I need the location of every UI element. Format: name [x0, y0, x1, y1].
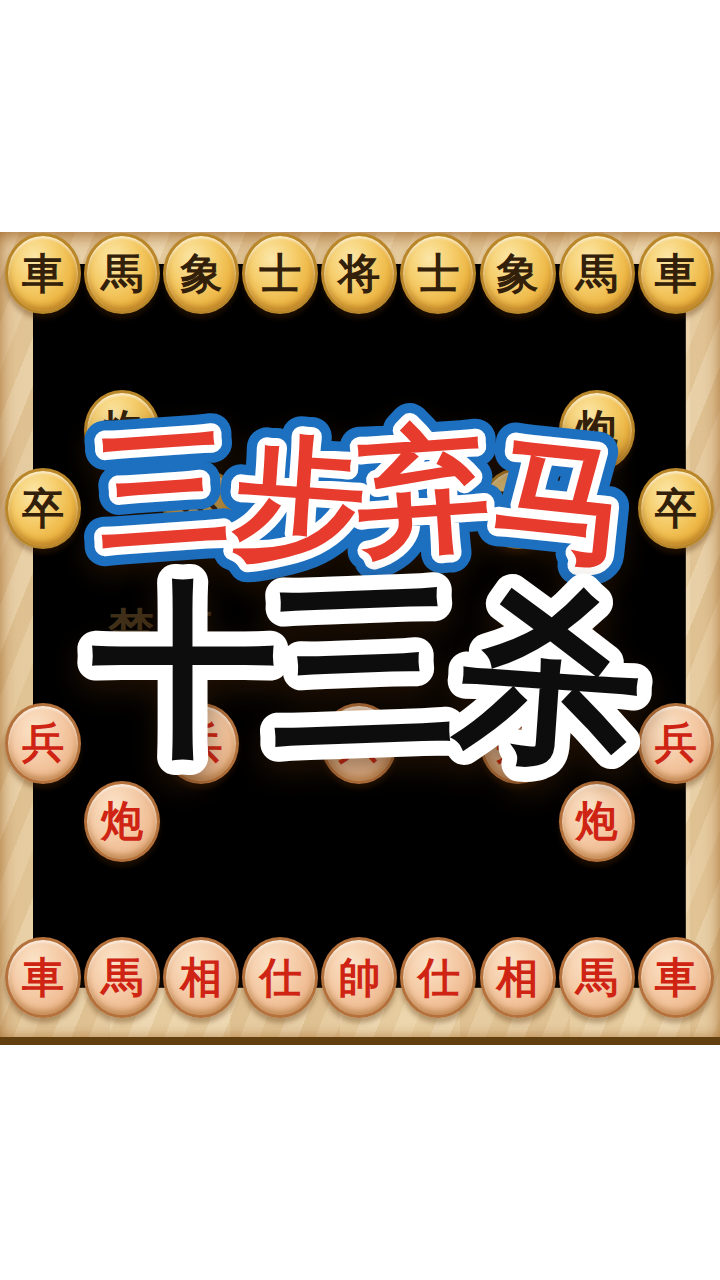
board-cell-h5[interactable]	[557, 548, 636, 626]
red-piece-b-g0[interactable]: 相	[480, 937, 556, 1018]
board-cell-e8[interactable]	[320, 313, 399, 391]
red-piece-b-c0[interactable]: 相	[163, 937, 239, 1018]
black-piece-p-g6[interactable]: 卒	[480, 468, 556, 549]
board-cell-i0[interactable]: 車	[636, 939, 715, 1017]
red-piece-p-e3[interactable]: 兵	[321, 703, 397, 784]
board-cell-d7[interactable]	[241, 391, 320, 469]
board-cell-e7[interactable]	[320, 391, 399, 469]
board-cell-e2[interactable]	[320, 782, 399, 860]
board-cell-h7[interactable]: 炮	[557, 391, 636, 469]
black-piece-p-c6[interactable]: 卒	[163, 468, 239, 549]
board-cell-b0[interactable]: 馬	[82, 939, 161, 1017]
board-cell-f0[interactable]: 仕	[399, 939, 478, 1017]
board-cell-i7[interactable]	[636, 391, 715, 469]
board-cell-e6[interactable]: 卒	[320, 469, 399, 547]
board-cell-i8[interactable]	[636, 313, 715, 391]
board-cell-a7[interactable]	[3, 391, 82, 469]
board-cell-f1[interactable]	[399, 860, 478, 938]
black-piece-c-h7[interactable]: 炮	[559, 390, 635, 471]
board-cell-e4[interactable]	[320, 626, 399, 704]
board-cell-i6[interactable]: 卒	[636, 469, 715, 547]
board-cell-a4[interactable]	[3, 626, 82, 704]
board-cell-b7[interactable]: 炮	[82, 391, 161, 469]
red-piece-n-h0[interactable]: 馬	[559, 937, 635, 1018]
board-cell-b8[interactable]	[82, 313, 161, 391]
red-piece-p-c3[interactable]: 兵	[163, 703, 239, 784]
board-cell-c1[interactable]	[162, 860, 241, 938]
board-cell-b9[interactable]: 馬	[82, 235, 161, 313]
red-piece-c-b2[interactable]: 炮	[84, 781, 160, 862]
black-piece-b-c9[interactable]: 象	[163, 233, 239, 314]
board-cell-e3[interactable]: 兵	[320, 704, 399, 782]
board-cell-h6[interactable]	[557, 469, 636, 547]
black-piece-n-h9[interactable]: 馬	[559, 233, 635, 314]
black-piece-p-i6[interactable]: 卒	[638, 468, 714, 549]
board-cell-b6[interactable]	[82, 469, 161, 547]
board-cell-d4[interactable]	[241, 626, 320, 704]
board-cell-h2[interactable]: 炮	[557, 782, 636, 860]
red-piece-r-a0[interactable]: 車	[5, 937, 81, 1018]
board-cell-e5[interactable]	[320, 548, 399, 626]
board-cell-g0[interactable]: 相	[478, 939, 557, 1017]
board-cell-i4[interactable]	[636, 626, 715, 704]
red-piece-p-g3[interactable]: 兵	[480, 703, 556, 784]
board-cell-b4[interactable]	[82, 626, 161, 704]
board-cell-c4[interactable]	[162, 626, 241, 704]
board-cell-g1[interactable]	[478, 860, 557, 938]
black-piece-k-e9[interactable]: 将	[321, 233, 397, 314]
black-piece-b-g9[interactable]: 象	[480, 233, 556, 314]
board-cell-i5[interactable]	[636, 548, 715, 626]
board-cell-a5[interactable]	[3, 548, 82, 626]
board-cell-a9[interactable]: 車	[3, 235, 82, 313]
board-cell-d9[interactable]: 士	[241, 235, 320, 313]
board-cell-g5[interactable]	[478, 548, 557, 626]
board-cell-e1[interactable]	[320, 860, 399, 938]
board-cell-b1[interactable]	[82, 860, 161, 938]
board-cell-f5[interactable]	[399, 548, 478, 626]
board-cell-c8[interactable]	[162, 313, 241, 391]
board-cell-i9[interactable]: 車	[636, 235, 715, 313]
board-cell-f9[interactable]: 士	[399, 235, 478, 313]
board-cell-d3[interactable]	[241, 704, 320, 782]
board-cell-h4[interactable]	[557, 626, 636, 704]
board-cell-i1[interactable]	[636, 860, 715, 938]
board-cell-d8[interactable]	[241, 313, 320, 391]
board-cell-c5[interactable]	[162, 548, 241, 626]
board-cell-h8[interactable]	[557, 313, 636, 391]
board-cell-f4[interactable]	[399, 626, 478, 704]
board-cell-g7[interactable]	[478, 391, 557, 469]
board-cell-f7[interactable]	[399, 391, 478, 469]
board-cell-g4[interactable]	[478, 626, 557, 704]
board-cell-e0[interactable]: 帥	[320, 939, 399, 1017]
red-piece-c-h2[interactable]: 炮	[559, 781, 635, 862]
board-cell-d5[interactable]	[241, 548, 320, 626]
black-piece-p-e6[interactable]: 卒	[321, 468, 397, 549]
board-cell-i3[interactable]: 兵	[636, 704, 715, 782]
board-cell-g8[interactable]	[478, 313, 557, 391]
black-piece-a-f9[interactable]: 士	[400, 233, 476, 314]
red-piece-a-d0[interactable]: 仕	[242, 937, 318, 1018]
board-cell-a0[interactable]: 車	[3, 939, 82, 1017]
board-cell-i2[interactable]	[636, 782, 715, 860]
board-cell-e9[interactable]: 将	[320, 235, 399, 313]
black-piece-r-i9[interactable]: 車	[638, 233, 714, 314]
board-cell-b2[interactable]: 炮	[82, 782, 161, 860]
red-piece-n-b0[interactable]: 馬	[84, 937, 160, 1018]
black-piece-a-d9[interactable]: 士	[242, 233, 318, 314]
board-cell-d0[interactable]: 仕	[241, 939, 320, 1017]
board-cell-b3[interactable]	[82, 704, 161, 782]
board-cell-g6[interactable]: 卒	[478, 469, 557, 547]
red-piece-r-i0[interactable]: 車	[638, 937, 714, 1018]
board-grid: 車馬象士将士象馬車炮炮卒卒卒卒卒兵兵兵兵兵炮炮車馬相仕帥仕相馬車	[3, 235, 715, 1017]
black-piece-c-b7[interactable]: 炮	[84, 390, 160, 471]
board-cell-h3[interactable]	[557, 704, 636, 782]
black-piece-p-a6[interactable]: 卒	[5, 468, 81, 549]
board-cell-b5[interactable]	[82, 548, 161, 626]
board-cell-a8[interactable]	[3, 313, 82, 391]
board-cell-c6[interactable]: 卒	[162, 469, 241, 547]
board-cell-f3[interactable]	[399, 704, 478, 782]
board-cell-d1[interactable]	[241, 860, 320, 938]
board-cell-c3[interactable]: 兵	[162, 704, 241, 782]
board-cell-f6[interactable]	[399, 469, 478, 547]
red-piece-p-i3[interactable]: 兵	[638, 703, 714, 784]
board-cell-h0[interactable]: 馬	[557, 939, 636, 1017]
board-cell-f2[interactable]	[399, 782, 478, 860]
board-cell-d2[interactable]	[241, 782, 320, 860]
board-cell-h1[interactable]	[557, 860, 636, 938]
xiangqi-board: 楚河 汉界 車馬象士将士象馬車炮炮卒卒卒卒卒兵兵兵兵兵炮炮車馬相仕帥仕相馬車	[0, 232, 720, 1045]
black-piece-r-a9[interactable]: 車	[5, 233, 81, 314]
red-piece-p-a3[interactable]: 兵	[5, 703, 81, 784]
board-cell-g2[interactable]	[478, 782, 557, 860]
black-piece-n-b9[interactable]: 馬	[84, 233, 160, 314]
board-cell-f8[interactable]	[399, 313, 478, 391]
board-cell-c2[interactable]	[162, 782, 241, 860]
board-cell-a3[interactable]: 兵	[3, 704, 82, 782]
board-cell-c9[interactable]: 象	[162, 235, 241, 313]
board-cell-d6[interactable]	[241, 469, 320, 547]
board-cell-g3[interactable]: 兵	[478, 704, 557, 782]
board-cell-h9[interactable]: 馬	[557, 235, 636, 313]
red-piece-k-e0[interactable]: 帥	[321, 937, 397, 1018]
board-cell-a6[interactable]: 卒	[3, 469, 82, 547]
board-cell-a1[interactable]	[3, 860, 82, 938]
board-cell-a2[interactable]	[3, 782, 82, 860]
red-piece-a-f0[interactable]: 仕	[400, 937, 476, 1018]
board-cell-c7[interactable]	[162, 391, 241, 469]
board-cell-c0[interactable]: 相	[162, 939, 241, 1017]
board-cell-g9[interactable]: 象	[478, 235, 557, 313]
screenshot-root: 楚河 汉界 車馬象士将士象馬車炮炮卒卒卒卒卒兵兵兵兵兵炮炮車馬相仕帥仕相馬車 三…	[0, 0, 720, 1280]
